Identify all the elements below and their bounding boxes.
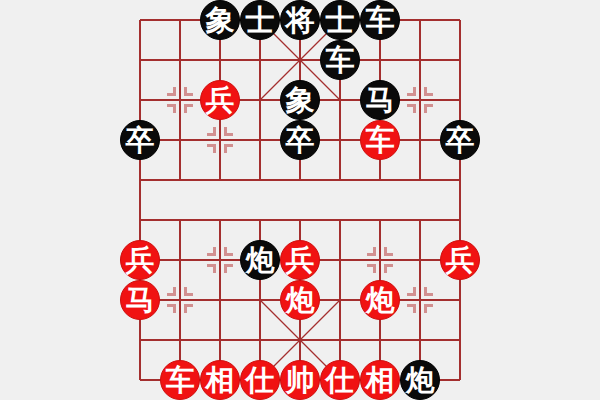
point-marker <box>407 87 433 113</box>
piece-black-soldier-a3[interactable]: 卒 <box>120 120 160 160</box>
piece-red-soldier-a6[interactable]: 兵 <box>120 240 160 280</box>
point-marker <box>367 247 393 273</box>
point-marker-corner <box>407 104 416 113</box>
point-marker <box>207 127 233 153</box>
piece-red-advisor-f9[interactable]: 仕 <box>320 360 360 400</box>
point-marker-corner <box>224 264 233 273</box>
piece-red-horse-a7[interactable]: 马 <box>120 280 160 320</box>
point-marker-corner <box>407 304 416 313</box>
point-marker-corner <box>424 104 433 113</box>
point-marker-corner <box>184 304 193 313</box>
piece-black-cannon-d6[interactable]: 炮 <box>240 240 280 280</box>
point-marker-corner <box>384 247 393 256</box>
point-marker-corner <box>167 287 176 296</box>
point-marker-corner <box>424 304 433 313</box>
point-marker <box>167 87 193 113</box>
point-marker-corner <box>407 87 416 96</box>
point-marker-corner <box>184 87 193 96</box>
point-marker-corner <box>184 104 193 113</box>
point-marker-corner <box>207 127 216 136</box>
point-marker-corner <box>367 264 376 273</box>
point-marker-corner <box>167 87 176 96</box>
piece-black-soldier-i3[interactable]: 卒 <box>440 120 480 160</box>
piece-red-elephant-c9[interactable]: 相 <box>200 360 240 400</box>
piece-red-cannon-g7[interactable]: 炮 <box>360 280 400 320</box>
point-marker-corner <box>224 247 233 256</box>
point-marker-corner <box>224 127 233 136</box>
point-marker <box>167 287 193 313</box>
piece-red-soldier-i6[interactable]: 兵 <box>440 240 480 280</box>
piece-black-general-e0[interactable]: 将 <box>280 0 320 40</box>
piece-black-chariot-f1[interactable]: 车 <box>320 40 360 80</box>
piece-red-chariot-g3[interactable]: 车 <box>360 120 400 160</box>
piece-red-cannon-e7[interactable]: 炮 <box>280 280 320 320</box>
piece-black-advisor-f0[interactable]: 士 <box>320 0 360 40</box>
piece-red-soldier-c2[interactable]: 兵 <box>200 80 240 120</box>
piece-red-soldier-e6[interactable]: 兵 <box>280 240 320 280</box>
point-marker-corner <box>184 287 193 296</box>
piece-red-elephant-g9[interactable]: 相 <box>360 360 400 400</box>
point-marker-corner <box>424 87 433 96</box>
piece-red-advisor-d9[interactable]: 仕 <box>240 360 280 400</box>
piece-red-chariot-b9[interactable]: 车 <box>160 360 200 400</box>
point-marker-corner <box>407 287 416 296</box>
point-marker-corner <box>224 144 233 153</box>
point-marker-corner <box>167 104 176 113</box>
point-marker-corner <box>367 247 376 256</box>
point-marker <box>207 247 233 273</box>
piece-black-elephant-e2[interactable]: 象 <box>280 80 320 120</box>
piece-red-general-e9[interactable]: 帅 <box>280 360 320 400</box>
piece-black-soldier-e3[interactable]: 卒 <box>280 120 320 160</box>
point-marker-corner <box>207 264 216 273</box>
point-marker-corner <box>384 264 393 273</box>
piece-black-elephant-c0[interactable]: 象 <box>200 0 240 40</box>
piece-black-advisor-d0[interactable]: 士 <box>240 0 280 40</box>
xiangqi-board-grid <box>0 0 600 400</box>
piece-black-horse-g2[interactable]: 马 <box>360 80 400 120</box>
xiangqi-board-region[interactable]: 象士将士车车兵象马卒卒车卒兵炮兵兵马炮炮车相仕帅仕相炮 <box>0 0 600 400</box>
point-marker-corner <box>424 287 433 296</box>
point-marker-corner <box>167 304 176 313</box>
point-marker-corner <box>207 247 216 256</box>
piece-black-cannon-h9[interactable]: 炮 <box>400 360 440 400</box>
point-marker <box>407 287 433 313</box>
piece-black-chariot-g0[interactable]: 车 <box>360 0 400 40</box>
point-marker-corner <box>207 144 216 153</box>
